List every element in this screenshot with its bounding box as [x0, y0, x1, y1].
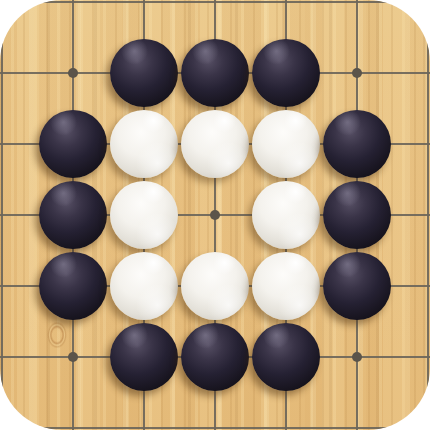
black-stone[interactable]	[39, 252, 107, 320]
star-point	[352, 68, 362, 78]
white-stone[interactable]	[110, 252, 178, 320]
white-stone[interactable]	[181, 110, 249, 178]
black-stone[interactable]	[110, 39, 178, 107]
white-stone[interactable]	[110, 181, 178, 249]
black-stone[interactable]	[181, 39, 249, 107]
white-stone[interactable]	[252, 110, 320, 178]
screenshot-canvas	[0, 0, 430, 430]
black-stone[interactable]	[252, 39, 320, 107]
white-stone[interactable]	[252, 181, 320, 249]
black-stone[interactable]	[181, 323, 249, 391]
star-point	[68, 352, 78, 362]
black-stone[interactable]	[39, 181, 107, 249]
go-board[interactable]	[0, 0, 430, 430]
star-point	[352, 352, 362, 362]
black-stone[interactable]	[252, 323, 320, 391]
black-stone[interactable]	[323, 181, 391, 249]
star-point	[68, 68, 78, 78]
black-stone[interactable]	[39, 110, 107, 178]
white-stone[interactable]	[181, 252, 249, 320]
grid-line-horizontal	[0, 427, 430, 429]
white-stone[interactable]	[252, 252, 320, 320]
black-stone[interactable]	[323, 110, 391, 178]
star-point	[210, 210, 220, 220]
black-stone[interactable]	[110, 323, 178, 391]
black-stone[interactable]	[323, 252, 391, 320]
white-stone[interactable]	[110, 110, 178, 178]
grid-line-vertical	[427, 0, 429, 430]
